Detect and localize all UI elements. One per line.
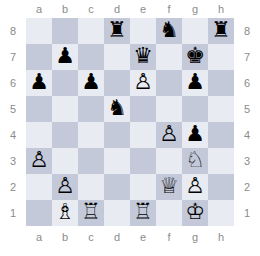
file-label-bottom-b: b bbox=[52, 226, 78, 243]
square-h3[interactable] bbox=[208, 148, 234, 174]
square-e7[interactable]: ♛ bbox=[130, 44, 156, 70]
square-h5[interactable] bbox=[208, 96, 234, 122]
square-e2[interactable] bbox=[130, 174, 156, 200]
piece-black-rook[interactable]: ♜ bbox=[211, 17, 231, 43]
rank-labels-right: 87654321 bbox=[234, 18, 260, 226]
square-c5[interactable] bbox=[78, 96, 104, 122]
square-f6[interactable] bbox=[156, 70, 182, 96]
piece-black-pawn[interactable]: ♟ bbox=[185, 69, 205, 95]
square-d3[interactable] bbox=[104, 148, 130, 174]
square-b8[interactable] bbox=[52, 18, 78, 44]
square-g2[interactable]: ♙ bbox=[182, 174, 208, 200]
square-h4[interactable] bbox=[208, 122, 234, 148]
square-d5[interactable]: ♞ bbox=[104, 96, 130, 122]
rank-label-left-1: 1 bbox=[0, 200, 26, 226]
square-a6[interactable]: ♟ bbox=[26, 70, 52, 96]
square-g8[interactable] bbox=[182, 18, 208, 44]
square-e5[interactable] bbox=[130, 96, 156, 122]
rank-label-right-6: 6 bbox=[234, 70, 260, 96]
file-label-top-d: d bbox=[104, 0, 130, 18]
square-b2[interactable]: ♙ bbox=[52, 174, 78, 200]
file-label-top-a: a bbox=[26, 0, 52, 18]
file-label-bottom-a: a bbox=[26, 226, 52, 243]
rank-label-left-7: 7 bbox=[0, 44, 26, 70]
file-label-bottom-e: e bbox=[130, 226, 156, 243]
square-c2[interactable] bbox=[78, 174, 104, 200]
piece-white-pawn[interactable]: ♙ bbox=[185, 173, 205, 199]
rank-label-left-2: 2 bbox=[0, 174, 26, 200]
square-g3[interactable]: ♘ bbox=[182, 148, 208, 174]
square-a1[interactable] bbox=[26, 200, 52, 226]
file-label-bottom-h: h bbox=[208, 226, 234, 243]
square-c4[interactable] bbox=[78, 122, 104, 148]
chess-diagram: abcdefgh 87654321 ♜♞♜♟♛♚♟♟♙♟♞♙♟♙♘♙♕♙♗♖♖♔… bbox=[0, 0, 260, 256]
piece-black-king[interactable]: ♚ bbox=[185, 43, 205, 69]
square-g4[interactable]: ♟ bbox=[182, 122, 208, 148]
rank-label-left-3: 3 bbox=[0, 148, 26, 174]
file-label-top-c: c bbox=[78, 0, 104, 18]
square-e1[interactable]: ♖ bbox=[130, 200, 156, 226]
square-g5[interactable] bbox=[182, 96, 208, 122]
rank-label-left-4: 4 bbox=[0, 122, 26, 148]
file-label-top-b: b bbox=[52, 0, 78, 18]
square-f3[interactable] bbox=[156, 148, 182, 174]
square-d7[interactable] bbox=[104, 44, 130, 70]
piece-black-pawn[interactable]: ♟ bbox=[185, 121, 205, 147]
rank-label-right-7: 7 bbox=[234, 44, 260, 70]
rank-labels-left: 87654321 bbox=[0, 18, 26, 226]
piece-black-knight[interactable]: ♞ bbox=[107, 95, 127, 121]
piece-black-pawn[interactable]: ♟ bbox=[29, 69, 49, 95]
rank-label-right-2: 2 bbox=[234, 174, 260, 200]
file-label-top-g: g bbox=[182, 0, 208, 18]
square-h7[interactable] bbox=[208, 44, 234, 70]
square-f7[interactable] bbox=[156, 44, 182, 70]
file-label-bottom-g: g bbox=[182, 226, 208, 243]
square-d1[interactable] bbox=[104, 200, 130, 226]
rank-label-right-8: 8 bbox=[234, 18, 260, 44]
square-c7[interactable] bbox=[78, 44, 104, 70]
piece-white-bishop[interactable]: ♗ bbox=[55, 199, 75, 225]
square-a5[interactable] bbox=[26, 96, 52, 122]
rank-label-right-1: 1 bbox=[234, 200, 260, 226]
square-b4[interactable] bbox=[52, 122, 78, 148]
file-label-top-f: f bbox=[156, 0, 182, 18]
square-b5[interactable] bbox=[52, 96, 78, 122]
piece-black-pawn[interactable]: ♟ bbox=[81, 69, 101, 95]
square-a7[interactable] bbox=[26, 44, 52, 70]
rank-label-left-8: 8 bbox=[0, 18, 26, 44]
square-d4[interactable] bbox=[104, 122, 130, 148]
piece-white-king[interactable]: ♔ bbox=[185, 199, 205, 225]
square-f1[interactable] bbox=[156, 200, 182, 226]
square-h1[interactable] bbox=[208, 200, 234, 226]
square-a2[interactable] bbox=[26, 174, 52, 200]
square-f5[interactable] bbox=[156, 96, 182, 122]
file-label-top-h: h bbox=[208, 0, 234, 18]
square-b6[interactable] bbox=[52, 70, 78, 96]
square-e3[interactable] bbox=[130, 148, 156, 174]
piece-white-pawn[interactable]: ♙ bbox=[29, 147, 49, 173]
file-label-bottom-c: c bbox=[78, 226, 104, 243]
square-g6[interactable]: ♟ bbox=[182, 70, 208, 96]
rank-label-left-6: 6 bbox=[0, 70, 26, 96]
square-a4[interactable] bbox=[26, 122, 52, 148]
rank-label-right-3: 3 bbox=[234, 148, 260, 174]
file-labels-bottom: abcdefgh bbox=[26, 226, 234, 256]
rank-label-left-5: 5 bbox=[0, 96, 26, 122]
square-c8[interactable] bbox=[78, 18, 104, 44]
piece-white-queen[interactable]: ♕ bbox=[159, 173, 179, 199]
rank-label-right-4: 4 bbox=[234, 122, 260, 148]
square-h2[interactable] bbox=[208, 174, 234, 200]
square-e4[interactable] bbox=[130, 122, 156, 148]
square-c1[interactable]: ♖ bbox=[78, 200, 104, 226]
file-label-bottom-d: d bbox=[104, 226, 130, 243]
square-f8[interactable]: ♞ bbox=[156, 18, 182, 44]
square-a8[interactable] bbox=[26, 18, 52, 44]
piece-black-queen[interactable]: ♛ bbox=[133, 43, 153, 69]
square-h6[interactable] bbox=[208, 70, 234, 96]
piece-white-pawn[interactable]: ♙ bbox=[159, 121, 179, 147]
piece-white-rook[interactable]: ♖ bbox=[133, 199, 153, 225]
square-b1[interactable]: ♗ bbox=[52, 200, 78, 226]
chess-board: ♜♞♜♟♛♚♟♟♙♟♞♙♟♙♘♙♕♙♗♖♖♔ bbox=[26, 18, 234, 226]
piece-white-rook[interactable]: ♖ bbox=[81, 199, 101, 225]
square-d8[interactable]: ♜ bbox=[104, 18, 130, 44]
piece-white-pawn[interactable]: ♙ bbox=[55, 173, 75, 199]
piece-black-rook[interactable]: ♜ bbox=[107, 17, 127, 43]
piece-white-pawn[interactable]: ♙ bbox=[133, 69, 153, 95]
square-c6[interactable]: ♟ bbox=[78, 70, 104, 96]
square-f4[interactable]: ♙ bbox=[156, 122, 182, 148]
square-d6[interactable] bbox=[104, 70, 130, 96]
piece-black-pawn[interactable]: ♟ bbox=[55, 43, 75, 69]
piece-white-knight[interactable]: ♘ bbox=[185, 147, 205, 173]
square-g1[interactable]: ♔ bbox=[182, 200, 208, 226]
square-e6[interactable]: ♙ bbox=[130, 70, 156, 96]
square-h8[interactable]: ♜ bbox=[208, 18, 234, 44]
rank-label-right-5: 5 bbox=[234, 96, 260, 122]
square-f2[interactable]: ♕ bbox=[156, 174, 182, 200]
square-b7[interactable]: ♟ bbox=[52, 44, 78, 70]
piece-black-knight[interactable]: ♞ bbox=[159, 17, 179, 43]
square-a3[interactable]: ♙ bbox=[26, 148, 52, 174]
square-c3[interactable] bbox=[78, 148, 104, 174]
square-e8[interactable] bbox=[130, 18, 156, 44]
file-label-top-e: e bbox=[130, 0, 156, 18]
file-label-bottom-f: f bbox=[156, 226, 182, 243]
square-d2[interactable] bbox=[104, 174, 130, 200]
file-labels-top: abcdefgh bbox=[26, 0, 234, 18]
square-b3[interactable] bbox=[52, 148, 78, 174]
square-g7[interactable]: ♚ bbox=[182, 44, 208, 70]
